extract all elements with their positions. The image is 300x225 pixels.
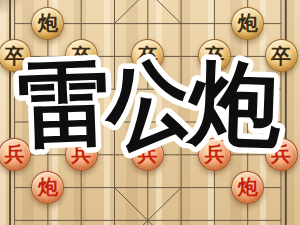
xiangqi-board: 炮炮卒卒卒卒卒兵兵兵兵兵炮炮 雷 公 炮 — [0, 0, 300, 225]
caption-char-3: 炮 — [184, 51, 284, 156]
caption-overlay: 雷 公 炮 — [0, 0, 300, 225]
